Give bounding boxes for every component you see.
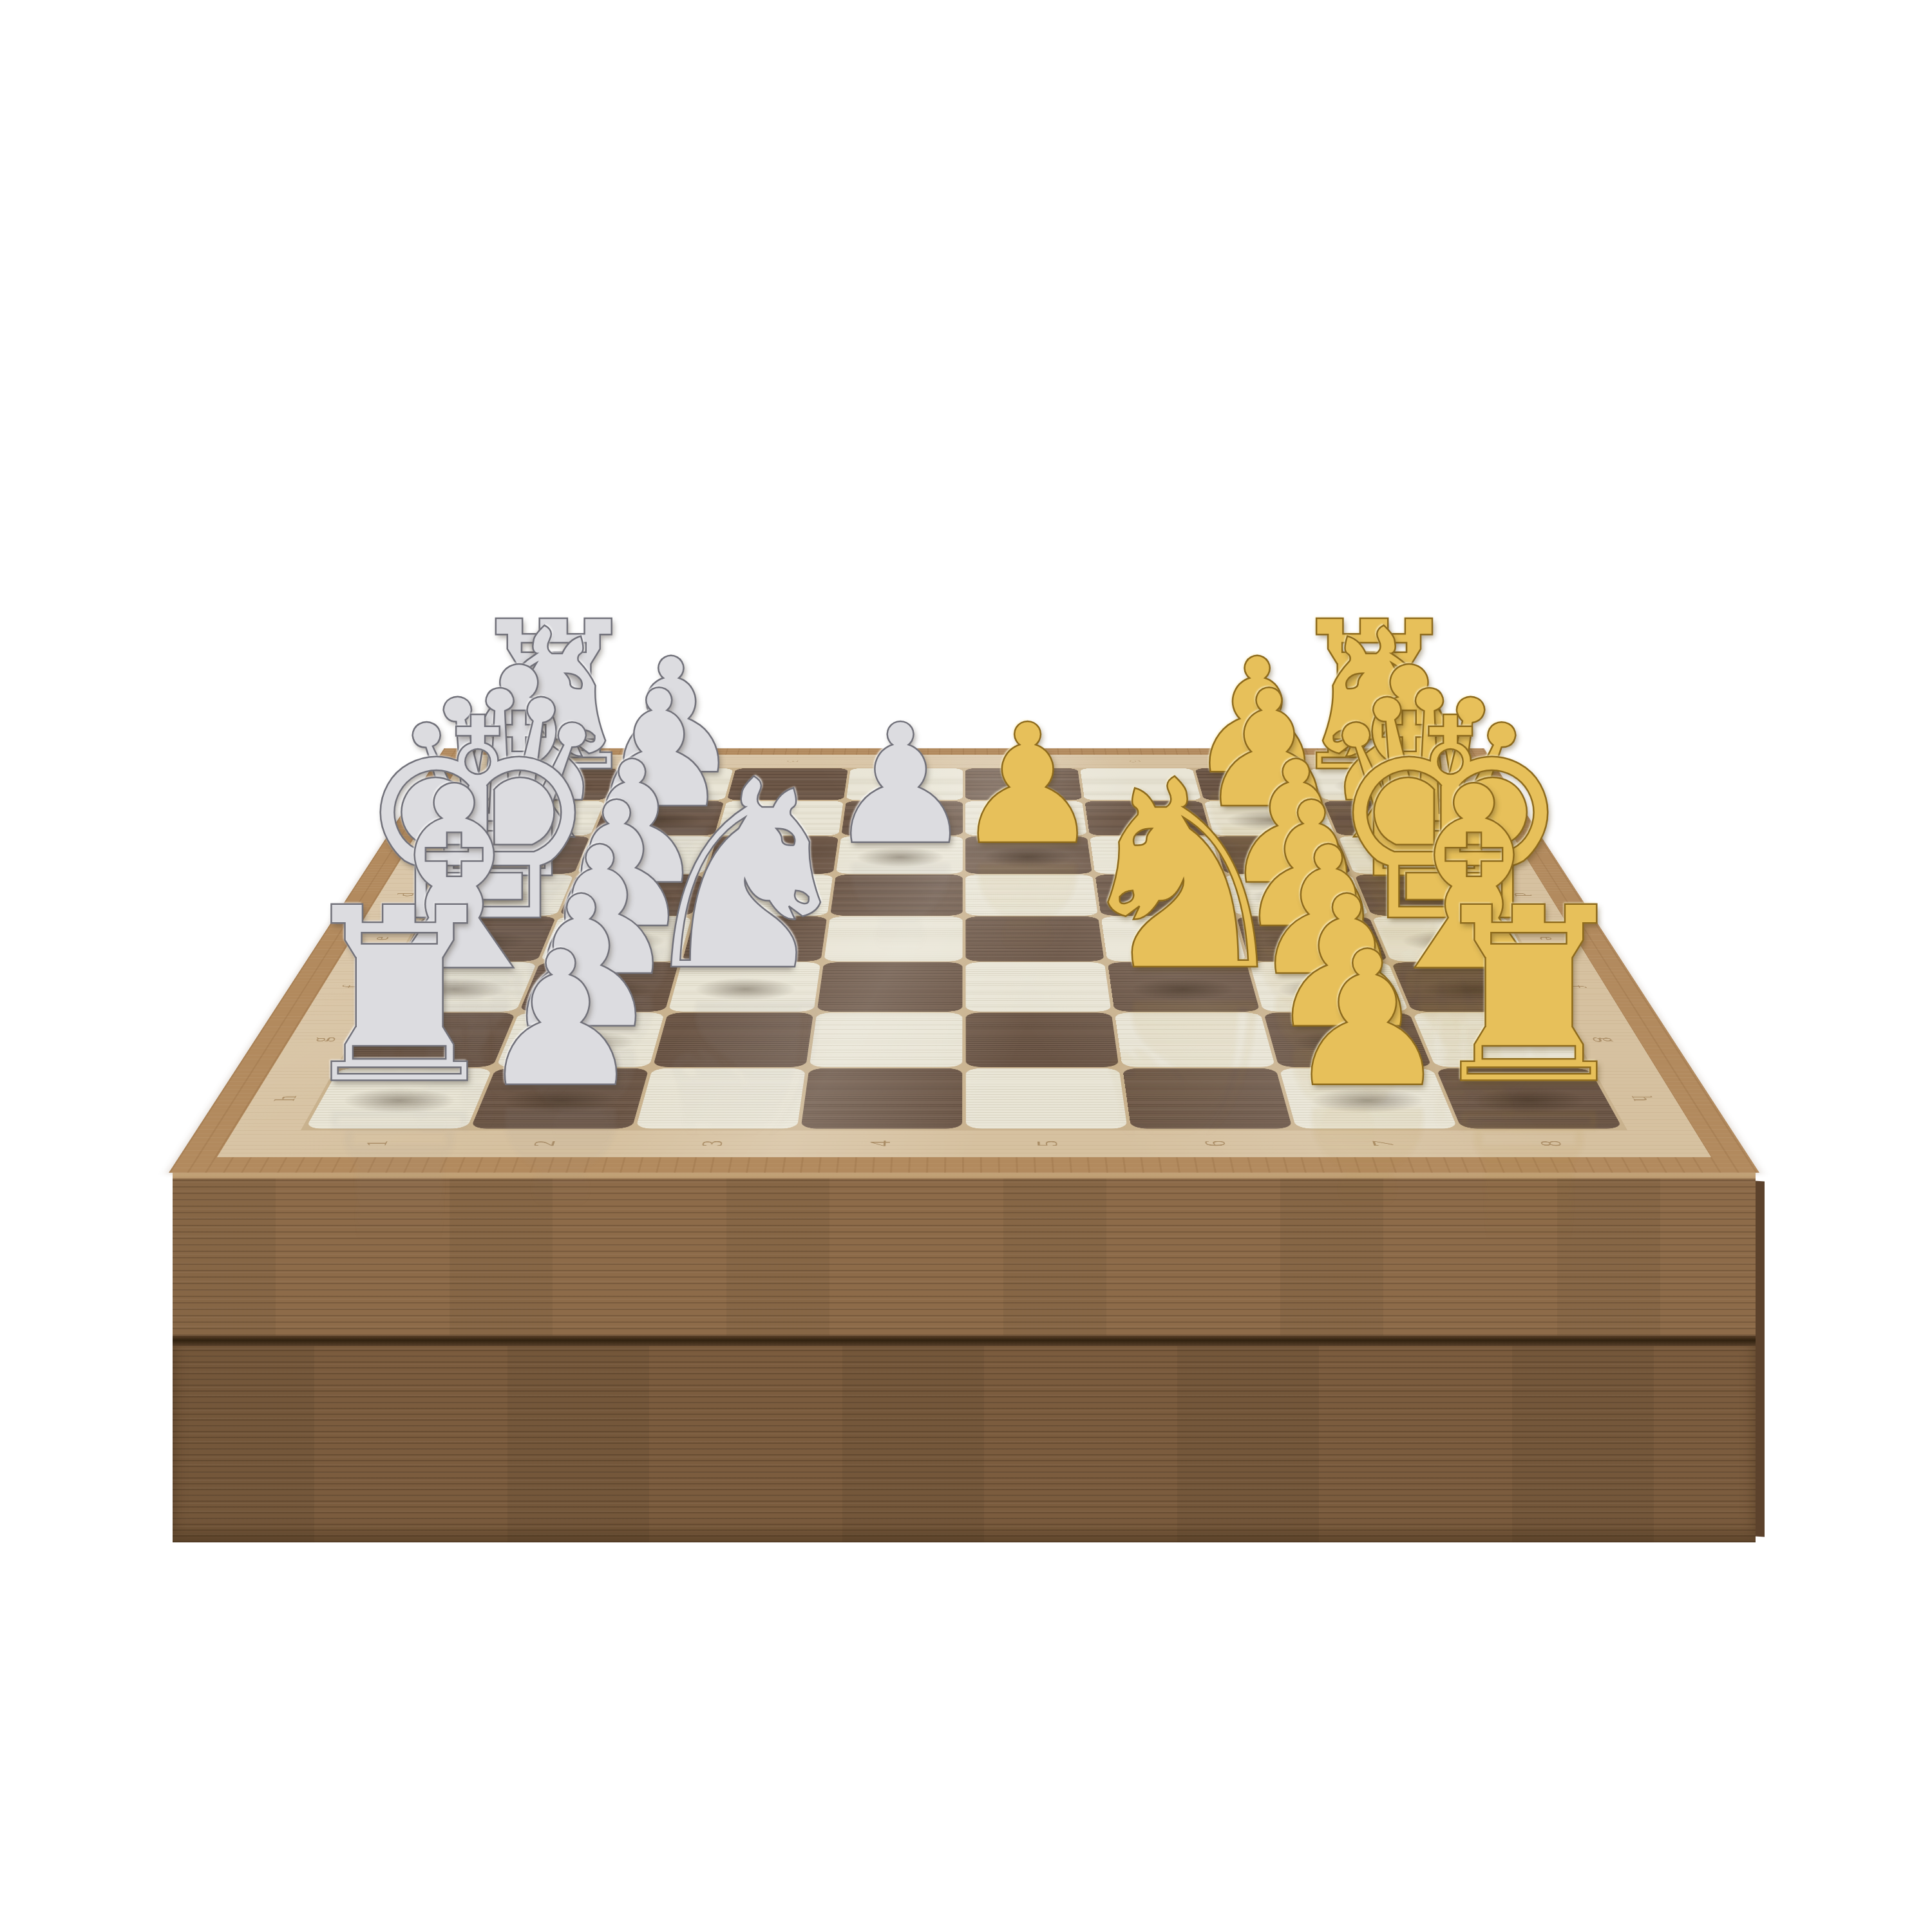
- piece-gold-pawn-h7[interactable]: ♟: [1284, 927, 1452, 1113]
- piece-gold-rook-h8[interactable]: ♜: [1421, 876, 1637, 1118]
- rank-label-front-1: 1: [361, 1141, 393, 1146]
- box-right-side-face: [1754, 1180, 1765, 1537]
- rank-label-front-4: 4: [866, 1141, 895, 1146]
- box-body-front: [173, 1346, 1756, 1542]
- rank-label-front-8: 8: [1535, 1141, 1567, 1146]
- square-h5[interactable]: [966, 1068, 1128, 1129]
- rank-label-front-3: 3: [697, 1141, 728, 1146]
- wooden-box-front: [173, 1172, 1756, 1542]
- square-h4[interactable]: [800, 1068, 962, 1129]
- square-h3[interactable]: [636, 1068, 806, 1129]
- box-top-edge-bevel: [173, 1172, 1756, 1179]
- piece-silver-pawn-h2[interactable]: ♟: [477, 927, 645, 1113]
- rank-label-front-7: 7: [1368, 1141, 1399, 1146]
- piece-silver-rook-h1[interactable]: ♜: [291, 876, 507, 1118]
- chess-set-product-photo: 1122334455667788aabbccddeeffgghh ♜♜♞♞♝♝♛…: [0, 0, 1932, 1932]
- square-h6[interactable]: [1122, 1068, 1293, 1129]
- rank-label-front-2: 2: [529, 1141, 560, 1146]
- box-lid-seam: [173, 1336, 1756, 1346]
- rank-label-front-6: 6: [1200, 1141, 1231, 1146]
- rank-label-front-5: 5: [1033, 1141, 1063, 1146]
- box-lid-front: [173, 1179, 1756, 1336]
